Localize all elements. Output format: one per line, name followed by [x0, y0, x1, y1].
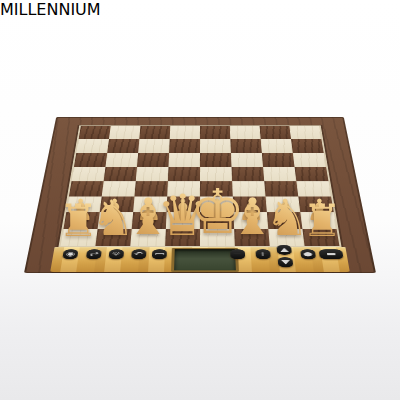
- square-d6[interactable]: [168, 153, 200, 167]
- piece-shadow: [0, 61, 15, 65]
- piece-shadow: [0, 79, 16, 83]
- black-pawn-h7[interactable]: ♟: [296, 124, 320, 148]
- piece-shadow: [0, 44, 22, 49]
- piece-shadow: [0, 49, 15, 53]
- lcd-display: [171, 248, 239, 272]
- square-b5[interactable]: [104, 167, 137, 182]
- square-a6[interactable]: [74, 153, 107, 167]
- piece-shadow: [0, 156, 27, 163]
- square-b6[interactable]: [105, 153, 138, 167]
- piece-shadow: [0, 108, 16, 112]
- takeback-button[interactable]: ↶: [131, 249, 146, 259]
- scroll-down-button[interactable]: ▼: [278, 257, 294, 267]
- piece-shadow: [0, 32, 24, 38]
- piece-shadow: [0, 112, 25, 118]
- piece-shadow: [0, 38, 23, 44]
- piece-shadow: [0, 64, 15, 68]
- square-h5[interactable]: [295, 167, 329, 182]
- enter-button[interactable]: ●: [300, 249, 316, 259]
- black-pawn-a7[interactable]: ♟: [80, 124, 104, 148]
- white-rook-h1[interactable]: ♜: [302, 199, 342, 240]
- piece-shadow: [0, 53, 15, 57]
- piece-shadow: [0, 118, 27, 125]
- square-c5[interactable]: [136, 167, 169, 182]
- minus-button[interactable]: −: [230, 249, 245, 259]
- plus-button[interactable]: +: [255, 249, 270, 259]
- control-panel: ◉⇄☼↶▭−+▲▼●▬: [50, 247, 350, 272]
- piece-shadow: [0, 87, 16, 91]
- power-button[interactable]: ◉: [63, 249, 79, 259]
- piece-shadow: [0, 83, 16, 87]
- black-pawn-c7[interactable]: ♟: [142, 124, 166, 148]
- square-c6[interactable]: [137, 153, 169, 167]
- black-pawn-f7[interactable]: ♟: [234, 124, 258, 148]
- square-h6[interactable]: [293, 153, 326, 167]
- black-pawn-g7[interactable]: ♟: [265, 124, 289, 148]
- menu-button[interactable]: ▬: [319, 249, 344, 259]
- piece-shadow: [0, 72, 15, 76]
- memory-button[interactable]: ▭: [152, 249, 167, 259]
- piece-shadow: [0, 76, 15, 80]
- square-g5[interactable]: [263, 167, 296, 182]
- square-e6[interactable]: [200, 153, 232, 167]
- piece-shadow: [0, 104, 16, 108]
- square-g6[interactable]: [262, 153, 295, 167]
- hint-button[interactable]: ☼: [108, 249, 124, 259]
- black-pawn-b7[interactable]: ♟: [111, 124, 135, 148]
- piece-shadow: [0, 57, 15, 61]
- piece-shadow: [0, 96, 16, 100]
- mode-button[interactable]: ⇄: [86, 249, 102, 259]
- piece-shadow: [0, 100, 16, 104]
- piece-shadow: [0, 163, 25, 169]
- piece-shadow: [0, 68, 15, 72]
- black-pawn-e7[interactable]: ♟: [204, 124, 228, 148]
- square-f6[interactable]: [231, 153, 263, 167]
- chess-computer-photo: ◉⇄☼↶▭−+▲▼●▬ MILLENNIUM ♜♞♝♛♚♝♞♜♟♟♟♟♟♟♟♟♟…: [0, 0, 400, 400]
- piece-shadow: [0, 92, 16, 96]
- square-a5[interactable]: [71, 167, 105, 182]
- black-pawn-d7[interactable]: ♟: [173, 124, 197, 148]
